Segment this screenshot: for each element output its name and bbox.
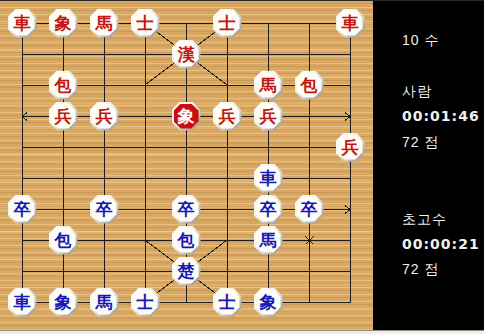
piece-face: 包 [51,73,76,98]
piece-face: 卒 [297,197,322,222]
piece-face: 楚 [174,259,199,284]
piece-han-po[interactable]: 包 [295,71,324,100]
piece-face: 象 [256,290,281,315]
piece-cho-jol[interactable]: 卒 [254,195,283,224]
han-sang-glyph: 象 [55,14,72,31]
piece-face: 士 [215,290,240,315]
han-cha-glyph: 車 [14,14,31,31]
cho-king-glyph: 楚 [178,262,195,279]
han-po-glyph: 包 [55,76,72,93]
han-byeong-glyph: 兵 [260,107,277,124]
piece-face: 兵 [51,104,76,129]
cho-sang-glyph: 象 [55,293,72,310]
cho-sa-glyph: 士 [219,293,236,310]
piece-han-byeong[interactable]: 兵 [254,102,283,131]
cho-jol-glyph: 卒 [14,200,31,217]
han-byeong-glyph: 兵 [96,107,113,124]
piece-face: 包 [51,228,76,253]
piece-han-sa[interactable]: 士 [131,9,160,38]
piece-face: 兵 [256,104,281,129]
piece-cho-jol[interactable]: 卒 [90,195,119,224]
piece-face: 漢 [174,42,199,67]
piece-face: 卒 [174,197,199,222]
bottom-status-strip [0,330,484,334]
piece-face: 士 [215,11,240,36]
piece-face: 馬 [92,11,117,36]
piece-face: 馬 [256,228,281,253]
piece-face: 兵 [215,104,240,129]
cho-jol-glyph: 卒 [301,200,318,217]
piece-face: 卒 [10,197,35,222]
han-king-glyph: 漢 [178,45,195,62]
window-top-edge [0,0,484,1]
computer-clock: 00:00:21 [402,236,480,252]
piece-han-king[interactable]: 漢 [172,40,201,69]
cho-cha-glyph: 車 [260,169,277,186]
cho-sang-glyph: 象 [260,293,277,310]
piece-cho-ma[interactable]: 馬 [90,288,119,317]
piece-han-byeong[interactable]: 兵 [90,102,119,131]
piece-cho-jol[interactable]: 卒 [295,195,324,224]
piece-face: 馬 [256,73,281,98]
piece-face: 車 [10,11,35,36]
piece-han-byeong[interactable]: 兵 [336,133,365,162]
piece-han-ma[interactable]: 馬 [254,71,283,100]
han-cha-glyph: 車 [342,14,359,31]
piece-face: 象 [51,290,76,315]
piece-cho-cha[interactable]: 車 [254,164,283,193]
piece-face: 包 [174,228,199,253]
cho-ma-glyph: 馬 [96,293,113,310]
piece-cho-king[interactable]: 楚 [172,257,201,286]
info-sidebar: 10 수 사람 00:01:46 72 점 초고수 00:00:21 72 점 [373,0,484,330]
piece-face: 士 [133,11,158,36]
piece-face: 士 [133,290,158,315]
piece-face: 馬 [92,290,117,315]
piece-han-byeong[interactable]: 兵 [49,102,78,131]
player-clock: 00:01:46 [402,108,480,124]
piece-cho-sang[interactable]: 象 [49,288,78,317]
piece-face: 車 [10,290,35,315]
piece-cho-po[interactable]: 包 [49,226,78,255]
piece-han-sang[interactable]: 象 [49,9,78,38]
han-ma-glyph: 馬 [260,76,277,93]
han-sang-glyph: 象 [178,107,195,124]
move-counter: 10 수 [402,32,439,50]
piece-han-po[interactable]: 包 [49,71,78,100]
piece-face: 車 [256,166,281,191]
cho-po-glyph: 包 [55,231,72,248]
janggi-game-window: 車象馬士士車漢包馬包兵兵象兵兵兵車卒卒卒卒卒包包馬楚車象馬士士象 10 수 사람… [0,0,484,334]
piece-cho-sa[interactable]: 士 [213,288,242,317]
han-po-glyph: 包 [301,76,318,93]
piece-han-sa[interactable]: 士 [213,9,242,38]
piece-face: 車 [338,11,363,36]
piece-cho-sa[interactable]: 士 [131,288,160,317]
computer-label: 초고수 [402,211,447,229]
piece-han-byeong[interactable]: 兵 [213,102,242,131]
computer-score: 72 점 [402,261,439,279]
piece-cho-sang[interactable]: 象 [254,288,283,317]
han-sa-glyph: 士 [137,14,154,31]
piece-cho-jol[interactable]: 卒 [172,195,201,224]
han-sa-glyph: 士 [219,14,236,31]
cho-ma-glyph: 馬 [260,231,277,248]
han-byeong-glyph: 兵 [55,107,72,124]
han-byeong-glyph: 兵 [219,107,236,124]
piece-face: 象 [51,11,76,36]
piece-han-cha[interactable]: 車 [8,9,37,38]
cho-po-glyph: 包 [178,231,195,248]
piece-cho-jol[interactable]: 卒 [8,195,37,224]
piece-han-sang[interactable]: 象 [172,102,201,131]
cho-sa-glyph: 士 [137,293,154,310]
piece-cho-ma[interactable]: 馬 [254,226,283,255]
janggi-board[interactable]: 車象馬士士車漢包馬包兵兵象兵兵兵車卒卒卒卒卒包包馬楚車象馬士士象 [0,0,373,330]
piece-han-ma[interactable]: 馬 [90,9,119,38]
piece-face: 象 [174,104,199,129]
piece-han-cha[interactable]: 車 [336,9,365,38]
cho-jol-glyph: 卒 [260,200,277,217]
piece-face: 兵 [92,104,117,129]
han-byeong-glyph: 兵 [342,138,359,155]
piece-cho-po[interactable]: 包 [172,226,201,255]
cho-jol-glyph: 卒 [178,200,195,217]
player-score: 72 점 [402,134,439,152]
cho-cha-glyph: 車 [14,293,31,310]
cho-jol-glyph: 卒 [96,200,113,217]
piece-cho-cha[interactable]: 車 [8,288,37,317]
piece-face: 卒 [92,197,117,222]
player-label: 사람 [402,83,432,101]
han-ma-glyph: 馬 [96,14,113,31]
board-pieces-layer: 車象馬士士車漢包馬包兵兵象兵兵兵車卒卒卒卒卒包包馬楚車象馬士士象 [2,8,371,318]
piece-face: 卒 [256,197,281,222]
piece-face: 包 [297,73,322,98]
piece-face: 兵 [338,135,363,160]
